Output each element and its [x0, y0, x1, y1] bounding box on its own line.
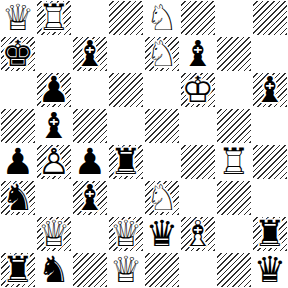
- white-queen-piece[interactable]: ♛♕: [108, 216, 144, 252]
- square-e5[interactable]: [144, 108, 180, 144]
- square-f8[interactable]: [180, 0, 216, 36]
- square-d6[interactable]: [108, 72, 144, 108]
- square-g7[interactable]: [216, 36, 252, 72]
- square-d3[interactable]: [108, 180, 144, 216]
- square-h6[interactable]: ♝♝: [252, 72, 288, 108]
- piece-glyph: ♝: [38, 108, 70, 144]
- square-g1[interactable]: [216, 252, 252, 288]
- piece-glyph: ♕: [110, 216, 142, 252]
- square-h7[interactable]: [252, 36, 288, 72]
- piece-glyph: ♟: [2, 144, 34, 180]
- square-d4[interactable]: ♜♜: [108, 144, 144, 180]
- square-c6[interactable]: [72, 72, 108, 108]
- square-f7[interactable]: ♝♝: [180, 36, 216, 72]
- piece-glyph: ♝: [182, 36, 214, 72]
- white-knight-piece[interactable]: ♞♘: [144, 36, 180, 72]
- square-g8[interactable]: [216, 0, 252, 36]
- white-bishop-piece[interactable]: ♝♗: [180, 216, 216, 252]
- square-d1[interactable]: ♛♕: [108, 252, 144, 288]
- square-b6[interactable]: ♟♟: [36, 72, 72, 108]
- piece-glyph: ♖: [218, 144, 250, 180]
- square-a6[interactable]: [0, 72, 36, 108]
- square-g6[interactable]: [216, 72, 252, 108]
- white-queen-piece[interactable]: ♛♕: [108, 252, 144, 288]
- square-b7[interactable]: [36, 36, 72, 72]
- white-queen-piece[interactable]: ♛♕: [0, 0, 36, 36]
- square-c3[interactable]: ♝♝: [72, 180, 108, 216]
- white-rook-piece[interactable]: ♜♖: [36, 0, 72, 36]
- square-g2[interactable]: [216, 216, 252, 252]
- square-a1[interactable]: ♜♜: [0, 252, 36, 288]
- square-e6[interactable]: [144, 72, 180, 108]
- square-b4[interactable]: ♟♙: [36, 144, 72, 180]
- piece-glyph: ♙: [38, 144, 70, 180]
- square-c4[interactable]: ♟♟: [72, 144, 108, 180]
- square-b8[interactable]: ♜♖: [36, 0, 72, 36]
- piece-glyph: ♟: [38, 72, 70, 108]
- square-h1[interactable]: ♛♛: [252, 252, 288, 288]
- piece-glyph: ♛: [254, 252, 286, 288]
- square-g4[interactable]: ♜♖: [216, 144, 252, 180]
- black-queen-piece[interactable]: ♛♛: [252, 252, 288, 288]
- white-knight-piece[interactable]: ♞♘: [144, 0, 180, 36]
- piece-glyph: ♘: [146, 36, 178, 72]
- square-d5[interactable]: [108, 108, 144, 144]
- black-bishop-piece[interactable]: ♝♝: [72, 180, 108, 216]
- black-king-piece[interactable]: ♚♚: [0, 36, 36, 72]
- square-a5[interactable]: [0, 108, 36, 144]
- square-f3[interactable]: [180, 180, 216, 216]
- piece-glyph: ♘: [146, 0, 178, 36]
- black-bishop-piece[interactable]: ♝♝: [72, 36, 108, 72]
- square-f2[interactable]: ♝♗: [180, 216, 216, 252]
- black-bishop-piece[interactable]: ♝♝: [36, 108, 72, 144]
- square-e8[interactable]: ♞♘: [144, 0, 180, 36]
- piece-glyph: ♜: [110, 144, 142, 180]
- piece-glyph: ♚: [2, 36, 34, 72]
- white-knight-piece[interactable]: ♞♘: [144, 180, 180, 216]
- square-c8[interactable]: [72, 0, 108, 36]
- square-h8[interactable]: [252, 0, 288, 36]
- square-c7[interactable]: ♝♝: [72, 36, 108, 72]
- square-e1[interactable]: [144, 252, 180, 288]
- piece-glyph: ♛: [146, 216, 178, 252]
- piece-glyph: ♖: [38, 0, 70, 36]
- square-e7[interactable]: ♞♘: [144, 36, 180, 72]
- piece-glyph: ♕: [2, 0, 34, 36]
- black-rook-piece[interactable]: ♜♜: [252, 216, 288, 252]
- black-queen-piece[interactable]: ♛♛: [144, 216, 180, 252]
- square-a4[interactable]: ♟♟: [0, 144, 36, 180]
- square-g5[interactable]: [216, 108, 252, 144]
- black-bishop-piece[interactable]: ♝♝: [252, 72, 288, 108]
- piece-glyph: ♝: [74, 36, 106, 72]
- square-f4[interactable]: [180, 144, 216, 180]
- black-pawn-piece[interactable]: ♟♟: [0, 144, 36, 180]
- square-h4[interactable]: [252, 144, 288, 180]
- black-bishop-piece[interactable]: ♝♝: [180, 36, 216, 72]
- square-b5[interactable]: ♝♝: [36, 108, 72, 144]
- square-a3[interactable]: ♞♞: [0, 180, 36, 216]
- white-rook-piece[interactable]: ♜♖: [216, 144, 252, 180]
- square-a2[interactable]: [0, 216, 36, 252]
- piece-glyph: ♗: [182, 216, 214, 252]
- piece-glyph: ♘: [146, 180, 178, 216]
- piece-glyph: ♕: [110, 252, 142, 288]
- square-d7[interactable]: [108, 36, 144, 72]
- square-f5[interactable]: [180, 108, 216, 144]
- piece-glyph: ♜: [254, 216, 286, 252]
- square-c2[interactable]: [72, 216, 108, 252]
- square-c5[interactable]: [72, 108, 108, 144]
- black-rook-piece[interactable]: ♜♜: [0, 252, 36, 288]
- white-king-piece[interactable]: ♚♔: [180, 72, 216, 108]
- piece-glyph: ♝: [74, 180, 106, 216]
- piece-glyph: ♟: [74, 144, 106, 180]
- piece-glyph: ♔: [182, 72, 214, 108]
- black-knight-piece[interactable]: ♞♞: [0, 180, 36, 216]
- piece-glyph: ♞: [38, 252, 70, 288]
- square-e3[interactable]: ♞♘: [144, 180, 180, 216]
- piece-glyph: ♜: [2, 252, 34, 288]
- black-pawn-piece[interactable]: ♟♟: [72, 144, 108, 180]
- square-h2[interactable]: ♜♜: [252, 216, 288, 252]
- square-h3[interactable]: [252, 180, 288, 216]
- square-c1[interactable]: [72, 252, 108, 288]
- black-knight-piece[interactable]: ♞♞: [36, 252, 72, 288]
- square-e2[interactable]: ♛♛: [144, 216, 180, 252]
- piece-glyph: ♞: [2, 180, 34, 216]
- square-b1[interactable]: ♞♞: [36, 252, 72, 288]
- square-b3[interactable]: [36, 180, 72, 216]
- square-h5[interactable]: [252, 108, 288, 144]
- white-pawn-piece[interactable]: ♟♙: [36, 144, 72, 180]
- square-e4[interactable]: [144, 144, 180, 180]
- square-g3[interactable]: [216, 180, 252, 216]
- square-d2[interactable]: ♛♕: [108, 216, 144, 252]
- piece-glyph: ♕: [38, 216, 70, 252]
- piece-glyph: ♝: [254, 72, 286, 108]
- chess-board: ♛♕♜♖♞♘♚♚♝♝♞♘♝♝♟♟♚♔♝♝♝♝♟♟♟♙♟♟♜♜♜♖♞♞♝♝♞♘♛♕…: [0, 0, 288, 288]
- square-d8[interactable]: [108, 0, 144, 36]
- black-rook-piece[interactable]: ♜♜: [108, 144, 144, 180]
- white-queen-piece[interactable]: ♛♕: [36, 216, 72, 252]
- square-f1[interactable]: [180, 252, 216, 288]
- square-f6[interactable]: ♚♔: [180, 72, 216, 108]
- black-pawn-piece[interactable]: ♟♟: [36, 72, 72, 108]
- square-b2[interactable]: ♛♕: [36, 216, 72, 252]
- square-a7[interactable]: ♚♚: [0, 36, 36, 72]
- square-a8[interactable]: ♛♕: [0, 0, 36, 36]
